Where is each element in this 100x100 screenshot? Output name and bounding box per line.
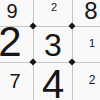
digit-r1c3: 8 [84,0,97,23]
digit-r2c2: 3 [44,29,62,61]
cell-r3c3[interactable]: 2 [72,62,100,100]
cell-r3c1[interactable]: 7 [0,62,33,100]
pencil-mark-r1c2: 2 [51,2,57,13]
digit-r3c1: 7 [9,71,20,91]
cell-r2c3[interactable]: 1 [72,26,100,62]
cell-r1c2[interactable]: 2 [33,0,72,26]
cell-r1c3[interactable]: 8 [72,0,100,26]
pencil-mark-r2c3: 1 [89,38,95,49]
cell-r3c2[interactable]: 4 [33,62,72,100]
cell-r2c2[interactable]: 3 [33,26,72,62]
pencil-mark-r3c3: 2 [89,74,96,86]
digit-r2c1: 2 [0,21,22,63]
puzzle-board: 9 2 8 2 3 1 7 4 2 [0,0,100,100]
cell-r2c1[interactable]: 2 [0,26,33,62]
digit-r3c2: 4 [42,64,64,100]
